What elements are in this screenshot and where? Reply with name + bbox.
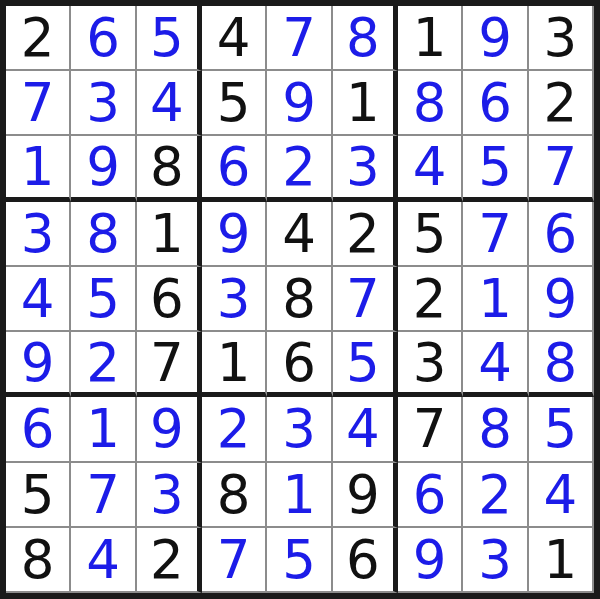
cell-r8c2[interactable]: 7 bbox=[71, 463, 136, 528]
sudoku-board: 2654781937345918621986234573819425764563… bbox=[0, 0, 600, 599]
cell-r1c6[interactable]: 8 bbox=[333, 6, 398, 71]
cell-r8c6[interactable]: 9 bbox=[333, 463, 398, 528]
cell-r4c7[interactable]: 5 bbox=[398, 202, 463, 267]
cell-r8c3[interactable]: 3 bbox=[137, 463, 202, 528]
cell-r7c1[interactable]: 6 bbox=[6, 397, 71, 462]
cell-r6c9[interactable]: 8 bbox=[529, 332, 594, 397]
cell-r6c3[interactable]: 7 bbox=[137, 332, 202, 397]
cell-r5c9[interactable]: 9 bbox=[529, 267, 594, 332]
cell-r8c8[interactable]: 2 bbox=[463, 463, 528, 528]
cell-r2c4[interactable]: 5 bbox=[202, 71, 267, 136]
cell-r2c9[interactable]: 2 bbox=[529, 71, 594, 136]
cell-r9c1[interactable]: 8 bbox=[6, 528, 71, 593]
cell-r1c9[interactable]: 3 bbox=[529, 6, 594, 71]
cell-r9c6[interactable]: 6 bbox=[333, 528, 398, 593]
cell-r2c7[interactable]: 8 bbox=[398, 71, 463, 136]
cell-r7c4[interactable]: 2 bbox=[202, 397, 267, 462]
cell-r6c8[interactable]: 4 bbox=[463, 332, 528, 397]
cell-r4c4[interactable]: 9 bbox=[202, 202, 267, 267]
cell-r5c7[interactable]: 2 bbox=[398, 267, 463, 332]
cell-r6c5[interactable]: 6 bbox=[267, 332, 332, 397]
cell-r4c6[interactable]: 2 bbox=[333, 202, 398, 267]
cell-r4c2[interactable]: 8 bbox=[71, 202, 136, 267]
cell-r1c3[interactable]: 5 bbox=[137, 6, 202, 71]
cell-r3c5[interactable]: 2 bbox=[267, 136, 332, 201]
cell-r5c2[interactable]: 5 bbox=[71, 267, 136, 332]
cell-r7c9[interactable]: 5 bbox=[529, 397, 594, 462]
cell-r3c7[interactable]: 4 bbox=[398, 136, 463, 201]
cell-r1c5[interactable]: 7 bbox=[267, 6, 332, 71]
cell-r3c2[interactable]: 9 bbox=[71, 136, 136, 201]
cell-r3c9[interactable]: 7 bbox=[529, 136, 594, 201]
cell-r7c5[interactable]: 3 bbox=[267, 397, 332, 462]
cell-r7c6[interactable]: 4 bbox=[333, 397, 398, 462]
cell-r3c1[interactable]: 1 bbox=[6, 136, 71, 201]
cell-r9c9[interactable]: 1 bbox=[529, 528, 594, 593]
cell-r1c7[interactable]: 1 bbox=[398, 6, 463, 71]
cell-r9c5[interactable]: 5 bbox=[267, 528, 332, 593]
cell-r6c6[interactable]: 5 bbox=[333, 332, 398, 397]
cell-r7c8[interactable]: 8 bbox=[463, 397, 528, 462]
cell-r9c4[interactable]: 7 bbox=[202, 528, 267, 593]
cell-r9c2[interactable]: 4 bbox=[71, 528, 136, 593]
cell-r1c4[interactable]: 4 bbox=[202, 6, 267, 71]
cell-r7c2[interactable]: 1 bbox=[71, 397, 136, 462]
cell-r4c5[interactable]: 4 bbox=[267, 202, 332, 267]
cell-r3c4[interactable]: 6 bbox=[202, 136, 267, 201]
cell-r8c5[interactable]: 1 bbox=[267, 463, 332, 528]
cell-r6c2[interactable]: 2 bbox=[71, 332, 136, 397]
cell-r6c4[interactable]: 1 bbox=[202, 332, 267, 397]
cell-r6c1[interactable]: 9 bbox=[6, 332, 71, 397]
cell-r8c9[interactable]: 4 bbox=[529, 463, 594, 528]
cell-r5c6[interactable]: 7 bbox=[333, 267, 398, 332]
cell-r1c1[interactable]: 2 bbox=[6, 6, 71, 71]
cell-r2c1[interactable]: 7 bbox=[6, 71, 71, 136]
cell-r3c8[interactable]: 5 bbox=[463, 136, 528, 201]
cell-r1c2[interactable]: 6 bbox=[71, 6, 136, 71]
cell-r4c8[interactable]: 7 bbox=[463, 202, 528, 267]
cell-r5c4[interactable]: 3 bbox=[202, 267, 267, 332]
cell-r2c6[interactable]: 1 bbox=[333, 71, 398, 136]
cell-r5c5[interactable]: 8 bbox=[267, 267, 332, 332]
cell-r8c1[interactable]: 5 bbox=[6, 463, 71, 528]
cell-r5c3[interactable]: 6 bbox=[137, 267, 202, 332]
cell-r3c3[interactable]: 8 bbox=[137, 136, 202, 201]
cell-r7c7[interactable]: 7 bbox=[398, 397, 463, 462]
cell-r4c3[interactable]: 1 bbox=[137, 202, 202, 267]
cell-r9c8[interactable]: 3 bbox=[463, 528, 528, 593]
cell-r7c3[interactable]: 9 bbox=[137, 397, 202, 462]
cell-r6c7[interactable]: 3 bbox=[398, 332, 463, 397]
cell-r2c8[interactable]: 6 bbox=[463, 71, 528, 136]
cell-r2c2[interactable]: 3 bbox=[71, 71, 136, 136]
cell-r8c4[interactable]: 8 bbox=[202, 463, 267, 528]
cell-r4c9[interactable]: 6 bbox=[529, 202, 594, 267]
cell-r8c7[interactable]: 6 bbox=[398, 463, 463, 528]
cell-r1c8[interactable]: 9 bbox=[463, 6, 528, 71]
cell-r3c6[interactable]: 3 bbox=[333, 136, 398, 201]
cell-r2c3[interactable]: 4 bbox=[137, 71, 202, 136]
cell-r2c5[interactable]: 9 bbox=[267, 71, 332, 136]
cell-r5c1[interactable]: 4 bbox=[6, 267, 71, 332]
cell-r4c1[interactable]: 3 bbox=[6, 202, 71, 267]
cell-r9c7[interactable]: 9 bbox=[398, 528, 463, 593]
cell-r9c3[interactable]: 2 bbox=[137, 528, 202, 593]
cell-r5c8[interactable]: 1 bbox=[463, 267, 528, 332]
